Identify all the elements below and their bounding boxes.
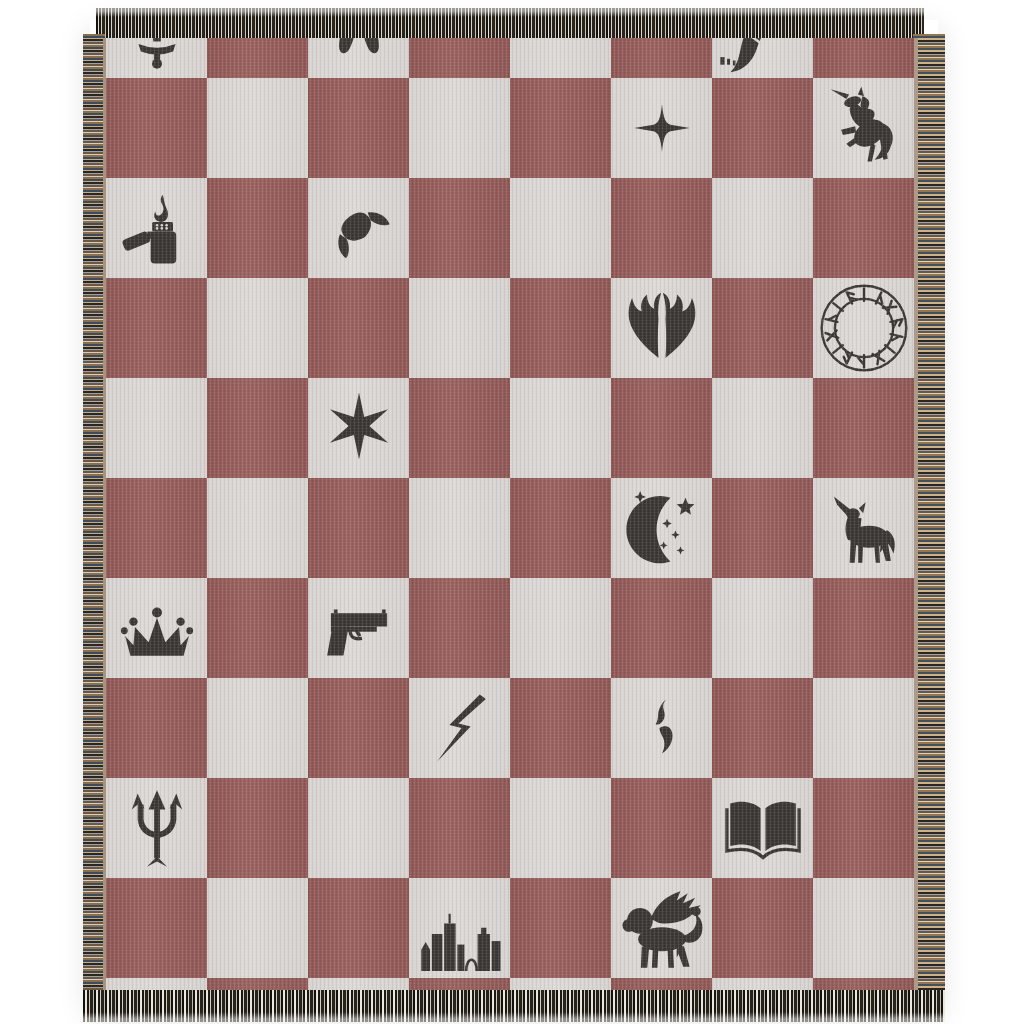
board-cell [510, 78, 611, 178]
ballet-shoes-icon [323, 38, 395, 76]
board-cell [510, 678, 611, 778]
board-cell [409, 278, 510, 378]
checkerboard [106, 38, 914, 990]
board-cell [813, 978, 914, 990]
board-cell [308, 478, 409, 578]
flame-icon [630, 696, 694, 760]
board-cell [409, 478, 510, 578]
board-cell [510, 178, 611, 278]
board-cell [207, 378, 308, 478]
board-cell [611, 38, 712, 78]
board-cell [611, 578, 712, 678]
board-cell [106, 878, 207, 978]
board-cell [611, 678, 712, 778]
board-cell [409, 178, 510, 278]
board-cell [712, 178, 813, 278]
board-cell [813, 378, 914, 478]
fringe-left [83, 34, 105, 990]
board-cell [712, 38, 813, 78]
board-cell [813, 878, 914, 978]
board-cell [510, 878, 611, 978]
board-cell [813, 178, 914, 278]
board-cell [510, 38, 611, 78]
board-cell [813, 478, 914, 578]
crescent-moon-icon [620, 486, 704, 570]
board-cell [409, 78, 510, 178]
crown-icon [119, 592, 195, 668]
fringe-top [96, 8, 924, 38]
board-cell [712, 578, 813, 678]
board-cell [611, 878, 712, 978]
board-cell [611, 178, 712, 278]
board-cell [712, 278, 813, 378]
board-cell [813, 578, 914, 678]
rune-circle-icon [817, 281, 911, 375]
board-cell [712, 978, 813, 990]
board-cell [106, 78, 207, 178]
board-cell [712, 478, 813, 578]
board-cell [308, 778, 409, 878]
board-cell [510, 478, 611, 578]
pistol-icon [322, 591, 396, 665]
board-cell [106, 578, 207, 678]
board-cell [813, 78, 914, 178]
board-cell [813, 778, 914, 878]
open-book-icon [722, 787, 804, 869]
board-cell [308, 38, 409, 78]
board-cell [207, 478, 308, 578]
board-cell [712, 778, 813, 878]
board-cell [409, 978, 510, 990]
board-cell [409, 38, 510, 78]
board-cell [813, 38, 914, 78]
board-cell [308, 278, 409, 378]
board-cell [611, 378, 712, 478]
board-cell [207, 778, 308, 878]
croissant-icon [317, 188, 401, 272]
board-cell [611, 278, 712, 378]
board-cell [308, 878, 409, 978]
board-cell [106, 478, 207, 578]
board-cell [510, 778, 611, 878]
board-cell [611, 78, 712, 178]
board-cell [308, 78, 409, 178]
board-cell [308, 678, 409, 778]
board-cell [207, 978, 308, 990]
board-cell [409, 378, 510, 478]
board-cell [207, 38, 308, 78]
lighter-icon [117, 190, 197, 270]
winged-lion-icon [616, 884, 708, 976]
board-cell [611, 978, 712, 990]
board-cell [106, 178, 207, 278]
board-cell [106, 978, 207, 990]
board-cell [207, 78, 308, 178]
board-cell [510, 978, 611, 990]
board-cell [611, 778, 712, 878]
board-cell [409, 778, 510, 878]
board-cell [106, 38, 207, 78]
trident-icon [115, 786, 199, 870]
board-cell [409, 678, 510, 778]
board-cell [308, 378, 409, 478]
board-cell [409, 578, 510, 678]
dagger-icon [126, 38, 188, 75]
board-cell [712, 678, 813, 778]
board-cell [308, 578, 409, 678]
board-cell [308, 178, 409, 278]
board-cell [712, 878, 813, 978]
board-cell [106, 778, 207, 878]
board-cell [106, 378, 207, 478]
board-cell [308, 978, 409, 990]
board-cell [207, 678, 308, 778]
board-cell [712, 78, 813, 178]
board-cell [207, 178, 308, 278]
board-cell [207, 878, 308, 978]
board-cell [611, 478, 712, 578]
lightning-bolt-icon [422, 690, 498, 766]
board-cell [207, 578, 308, 678]
board-cell [712, 378, 813, 478]
board-cell [510, 278, 611, 378]
blanket-photo [0, 0, 1024, 1024]
six-pointed-star-icon [319, 386, 399, 466]
wings-icon [618, 284, 706, 372]
board-cell [106, 278, 207, 378]
board-cell [510, 378, 611, 478]
board-cell [510, 578, 611, 678]
howling-wolf-icon [822, 488, 906, 572]
city-skyline-icon [416, 890, 504, 978]
board-cell [813, 278, 914, 378]
sparkle-icon [629, 95, 695, 161]
board-cell [207, 278, 308, 378]
fringe-bottom [83, 988, 945, 1022]
unicorn-icon [820, 84, 908, 172]
drinking-horn-icon [717, 38, 801, 78]
board-cell [813, 678, 914, 778]
board-cell [106, 678, 207, 778]
board-cell [409, 878, 510, 978]
